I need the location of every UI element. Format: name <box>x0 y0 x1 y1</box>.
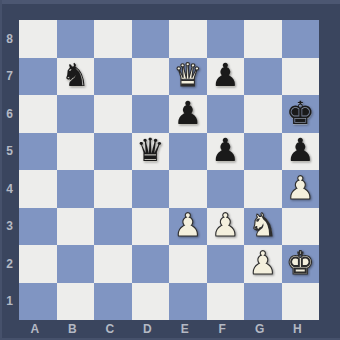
square-a5[interactable] <box>19 133 57 171</box>
square-h1[interactable] <box>282 283 320 321</box>
rank-label-8: 8 <box>0 20 19 58</box>
square-g7[interactable] <box>244 58 282 96</box>
square-c2[interactable] <box>94 245 132 283</box>
white-pawn-g2[interactable]: ♟ <box>244 245 282 283</box>
square-b8[interactable] <box>57 20 95 58</box>
square-b7[interactable]: ♞ <box>57 58 95 96</box>
square-d7[interactable] <box>132 58 170 96</box>
file-label-f: F <box>204 320 242 338</box>
square-a1[interactable] <box>19 283 57 321</box>
black-king-h6[interactable]: ♚ <box>282 95 320 133</box>
frame-top-highlight <box>0 0 340 4</box>
square-g4[interactable] <box>244 170 282 208</box>
white-pawn-h4[interactable]: ♟ <box>282 170 320 208</box>
square-h8[interactable] <box>282 20 320 58</box>
square-f8[interactable] <box>207 20 245 58</box>
square-h5[interactable]: ♟ <box>282 133 320 171</box>
black-pawn-h5[interactable]: ♟ <box>282 133 320 171</box>
square-g8[interactable] <box>244 20 282 58</box>
square-g2[interactable]: ♟ <box>244 245 282 283</box>
square-b6[interactable] <box>57 95 95 133</box>
square-f5[interactable]: ♟ <box>207 133 245 171</box>
rank-label-7: 7 <box>0 58 19 96</box>
black-pawn-f5[interactable]: ♟ <box>207 133 245 171</box>
square-d1[interactable] <box>132 283 170 321</box>
square-d2[interactable] <box>132 245 170 283</box>
square-d4[interactable] <box>132 170 170 208</box>
black-knight-b7[interactable]: ♞ <box>57 58 95 96</box>
square-a8[interactable] <box>19 20 57 58</box>
square-h4[interactable]: ♟ <box>282 170 320 208</box>
file-labels: ABCDEFGH <box>16 320 316 338</box>
square-d6[interactable] <box>132 95 170 133</box>
rank-label-3: 3 <box>0 208 19 246</box>
square-g6[interactable] <box>244 95 282 133</box>
square-a4[interactable] <box>19 170 57 208</box>
rank-label-1: 1 <box>0 283 19 321</box>
file-label-a: A <box>16 320 54 338</box>
square-a6[interactable] <box>19 95 57 133</box>
square-c6[interactable] <box>94 95 132 133</box>
square-c7[interactable] <box>94 58 132 96</box>
white-knight-g3[interactable]: ♞ <box>244 208 282 246</box>
square-d3[interactable] <box>132 208 170 246</box>
square-b3[interactable] <box>57 208 95 246</box>
rank-label-5: 5 <box>0 133 19 171</box>
square-d5[interactable]: ♛ <box>132 133 170 171</box>
square-e2[interactable] <box>169 245 207 283</box>
square-e3[interactable]: ♟ <box>169 208 207 246</box>
square-e7[interactable]: ♛ <box>169 58 207 96</box>
file-label-b: B <box>54 320 92 338</box>
rank-label-2: 2 <box>0 245 19 283</box>
white-pawn-e3[interactable]: ♟ <box>169 208 207 246</box>
square-e8[interactable] <box>169 20 207 58</box>
white-pawn-f3[interactable]: ♟ <box>207 208 245 246</box>
board: ♞♛♟♟♚♛♟♟♟♟♟♞♟♚ <box>19 20 319 320</box>
square-h7[interactable] <box>282 58 320 96</box>
square-b1[interactable] <box>57 283 95 321</box>
rank-label-6: 6 <box>0 95 19 133</box>
square-c1[interactable] <box>94 283 132 321</box>
square-b4[interactable] <box>57 170 95 208</box>
square-b2[interactable] <box>57 245 95 283</box>
square-f3[interactable]: ♟ <box>207 208 245 246</box>
file-label-d: D <box>129 320 167 338</box>
square-f7[interactable]: ♟ <box>207 58 245 96</box>
square-d8[interactable] <box>132 20 170 58</box>
file-label-g: G <box>241 320 279 338</box>
square-g5[interactable] <box>244 133 282 171</box>
square-e4[interactable] <box>169 170 207 208</box>
square-a7[interactable] <box>19 58 57 96</box>
square-f1[interactable] <box>207 283 245 321</box>
square-e5[interactable] <box>169 133 207 171</box>
square-g3[interactable]: ♞ <box>244 208 282 246</box>
file-label-h: H <box>279 320 317 338</box>
square-a2[interactable] <box>19 245 57 283</box>
square-h3[interactable] <box>282 208 320 246</box>
black-queen-d5[interactable]: ♛ <box>132 133 170 171</box>
rank-labels: 87654321 <box>0 20 19 320</box>
square-h2[interactable]: ♚ <box>282 245 320 283</box>
file-label-c: C <box>91 320 129 338</box>
black-pawn-f7[interactable]: ♟ <box>207 58 245 96</box>
square-c4[interactable] <box>94 170 132 208</box>
square-b5[interactable] <box>57 133 95 171</box>
square-e1[interactable] <box>169 283 207 321</box>
square-a3[interactable] <box>19 208 57 246</box>
white-king-h2[interactable]: ♚ <box>282 245 320 283</box>
square-e6[interactable]: ♟ <box>169 95 207 133</box>
square-f2[interactable] <box>207 245 245 283</box>
square-g1[interactable] <box>244 283 282 321</box>
white-queen-e7[interactable]: ♛ <box>169 58 207 96</box>
rank-label-4: 4 <box>0 170 19 208</box>
square-f4[interactable] <box>207 170 245 208</box>
file-label-e: E <box>166 320 204 338</box>
black-pawn-e6[interactable]: ♟ <box>169 95 207 133</box>
square-c3[interactable] <box>94 208 132 246</box>
square-f6[interactable] <box>207 95 245 133</box>
square-h6[interactable]: ♚ <box>282 95 320 133</box>
square-c5[interactable] <box>94 133 132 171</box>
square-c8[interactable] <box>94 20 132 58</box>
chessboard-frame: 87654321 ♞♛♟♟♚♛♟♟♟♟♟♞♟♚ ABCDEFGH <box>0 0 340 340</box>
